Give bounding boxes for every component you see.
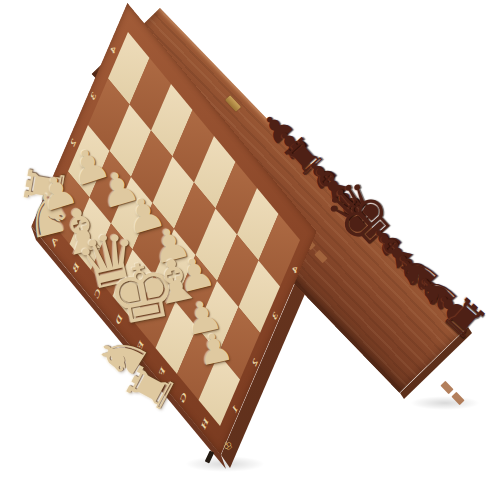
dovetail-joint: [440, 381, 453, 394]
product-photo-chess-set: 4321ABCDEFGH1234 ♔ ♜♟♟♞♝♟♛♚♟♝♟♞♜♟♟♟♟♟♜♟♝…: [0, 0, 500, 500]
ground-shadow: [410, 396, 480, 410]
